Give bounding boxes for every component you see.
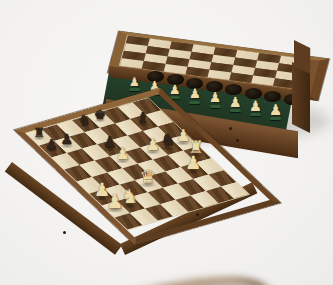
pin-hole xyxy=(63,231,66,234)
chess-piece-white-n-b2: ♞ xyxy=(121,187,138,206)
chess-piece-black-p-a7: ♟ xyxy=(45,136,58,150)
pin-hole xyxy=(229,127,232,130)
chess-piece-black-n-d8: ♞ xyxy=(79,112,91,125)
chess-piece-white-p-g3: ♟ xyxy=(185,154,201,172)
white-pawn-glyph: ♟ xyxy=(229,95,242,109)
tray-stored-pawn: ♟ xyxy=(169,84,180,100)
pin-hole xyxy=(236,139,239,142)
pin-hole xyxy=(196,213,199,216)
tray-dark-piece xyxy=(245,88,262,99)
tray-stored-pawn: ♟ xyxy=(229,95,242,112)
white-pawn-glyph: ♟ xyxy=(209,91,221,105)
tray-stored-pawn: ♟ xyxy=(269,103,282,121)
tray-stored-pawn: ♟ xyxy=(189,87,201,103)
chess-piece-black-k-e8: ♚ xyxy=(94,108,106,121)
travel-chess-set-photo: ♟♟♟♟♟♟♟♟ ♜♞♚♟♟♝♟♞♟♟♟♜♟♛♟♟♞ xyxy=(0,0,333,285)
white-pawn-glyph: ♟ xyxy=(169,84,180,97)
white-pawn-glyph: ♟ xyxy=(269,103,282,118)
white-pawn-glyph: ♟ xyxy=(129,76,140,88)
white-pawn-glyph: ♟ xyxy=(249,99,262,113)
chess-piece-white-p-d5: ♟ xyxy=(115,145,130,161)
felt-base xyxy=(270,117,281,120)
felt-base xyxy=(189,101,200,104)
white-pawn-glyph: ♟ xyxy=(189,87,201,100)
chess-piece-black-r-a8: ♜ xyxy=(33,125,45,138)
chess-piece-white-q-d3: ♛ xyxy=(139,167,155,185)
tray-stored-pawn: ♟ xyxy=(129,76,140,91)
chess-piece-black-n-g5: ♞ xyxy=(161,132,176,148)
chess-piece-black-b-g7: ♝ xyxy=(137,110,150,124)
chess-piece-black-p-b7: ♟ xyxy=(61,132,74,146)
tray-stored-pawn: ♟ xyxy=(209,91,221,108)
chess-piece-white-p-f5: ♟ xyxy=(146,137,161,153)
felt-base xyxy=(210,105,221,108)
board-shadow xyxy=(24,263,288,285)
tray-stored-pawn: ♟ xyxy=(249,99,262,116)
